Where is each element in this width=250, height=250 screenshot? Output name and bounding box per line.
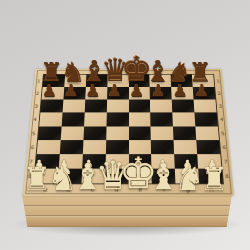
square-b6 <box>60 140 84 154</box>
square-c6 <box>83 140 106 154</box>
square-f8 <box>152 169 176 184</box>
file-label-c: c <box>81 184 105 196</box>
square-c7 <box>82 154 106 169</box>
square-e2 <box>129 87 151 100</box>
square-g5 <box>173 126 196 140</box>
rank-label-3: 3 <box>216 100 225 113</box>
square-d2 <box>107 87 129 100</box>
square-f1 <box>150 75 172 87</box>
square-a7 <box>35 154 59 169</box>
square-d3 <box>106 100 128 113</box>
square-a1 <box>43 75 65 87</box>
rank-label-6: 6 <box>220 140 229 154</box>
product-photo-scene: abcdefgh 12345678 12345678 ♜♞♝♛♚♝♞♜♟♟♟♟♟… <box>0 0 250 250</box>
square-c8 <box>81 169 105 184</box>
file-label-h: h <box>199 184 224 196</box>
square-d8 <box>105 169 129 184</box>
square-c4 <box>84 113 107 126</box>
chessboard: abcdefgh 12345678 12345678 <box>23 69 234 196</box>
file-label-f: f <box>152 184 176 196</box>
square-c5 <box>83 126 106 140</box>
rank-label-5: 5 <box>29 126 38 140</box>
rank-label-7: 7 <box>27 154 36 169</box>
square-g8 <box>175 169 199 184</box>
square-b2 <box>63 87 85 100</box>
square-f4 <box>151 113 174 126</box>
square-h5 <box>195 126 219 140</box>
square-b1 <box>64 75 86 87</box>
square-f7 <box>151 154 175 169</box>
file-label-e: e <box>129 184 153 196</box>
file-label-b: b <box>57 184 81 196</box>
square-c3 <box>84 100 106 113</box>
rank-label-3: 3 <box>32 100 41 113</box>
square-g1 <box>171 75 193 87</box>
rank-label-1: 1 <box>214 75 222 87</box>
square-e3 <box>129 100 151 113</box>
rank-label-4: 4 <box>218 113 227 126</box>
square-e5 <box>129 126 152 140</box>
square-e4 <box>129 113 151 126</box>
square-f6 <box>151 140 174 154</box>
square-g3 <box>172 100 195 113</box>
square-e7 <box>129 154 152 169</box>
rank-label-7: 7 <box>221 154 230 169</box>
square-a2 <box>42 87 65 100</box>
square-g7 <box>174 154 198 169</box>
square-a3 <box>40 100 63 113</box>
box-front-panel-middle <box>20 207 234 215</box>
rank-label-8: 8 <box>223 169 232 184</box>
file-label-g: g <box>176 184 200 196</box>
square-d1 <box>107 75 128 87</box>
square-h4 <box>195 113 218 126</box>
square-b3 <box>62 100 85 113</box>
box-front <box>20 194 234 227</box>
square-g2 <box>171 87 193 100</box>
rank-label-8: 8 <box>25 169 34 184</box>
square-e1 <box>129 75 150 87</box>
rank-label-4: 4 <box>31 113 40 126</box>
square-h2 <box>193 87 216 100</box>
square-f5 <box>151 126 174 140</box>
square-g4 <box>173 113 196 126</box>
rank-label-2: 2 <box>33 87 41 100</box>
square-e8 <box>129 169 153 184</box>
square-d6 <box>106 140 129 154</box>
square-h1 <box>192 75 214 87</box>
square-c1 <box>86 75 108 87</box>
square-b7 <box>59 154 83 169</box>
file-label-a: a <box>33 184 58 196</box>
box-front-panel-bottom <box>20 217 234 227</box>
square-a6 <box>37 140 61 154</box>
square-c2 <box>85 87 107 100</box>
square-f2 <box>150 87 172 100</box>
square-b8 <box>58 169 82 184</box>
rank-label-5: 5 <box>219 126 228 140</box>
file-labels-bottom: abcdefgh <box>33 184 224 196</box>
square-h6 <box>196 140 220 154</box>
square-d7 <box>105 154 128 169</box>
square-e6 <box>129 140 152 154</box>
square-b4 <box>62 113 85 126</box>
board-perspective-wrapper: abcdefgh 12345678 12345678 <box>23 69 234 196</box>
square-a5 <box>38 126 62 140</box>
rank-label-1: 1 <box>35 75 43 87</box>
square-d5 <box>106 126 129 140</box>
square-h3 <box>194 100 217 113</box>
square-b5 <box>61 126 84 140</box>
board-grid <box>34 75 223 184</box>
square-g6 <box>174 140 198 154</box>
square-d4 <box>106 113 128 126</box>
square-f3 <box>150 100 172 113</box>
rank-label-2: 2 <box>215 87 223 100</box>
square-h7 <box>197 154 221 169</box>
square-a8 <box>34 169 59 184</box>
rank-label-6: 6 <box>28 140 37 154</box>
square-h8 <box>198 169 223 184</box>
file-label-d: d <box>105 184 129 196</box>
square-a4 <box>39 113 62 126</box>
